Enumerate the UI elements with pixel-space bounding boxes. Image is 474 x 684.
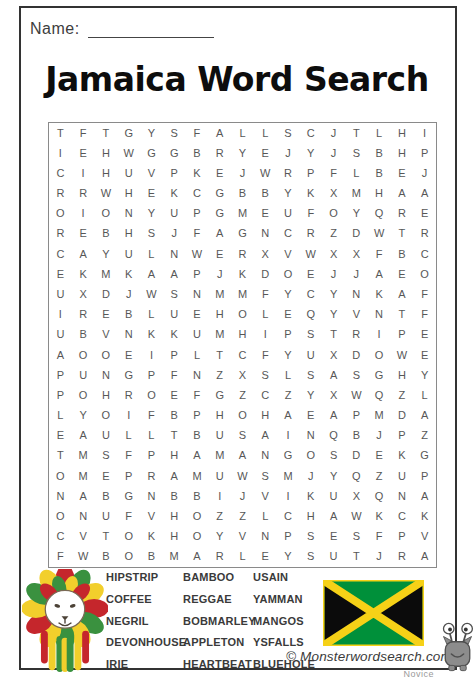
- grid-cell-r18c13[interactable]: Y: [322, 466, 345, 486]
- grid-cell-r4c5[interactable]: E: [140, 184, 163, 204]
- grid-cell-r19c15[interactable]: Q: [368, 486, 391, 506]
- grid-cell-r18c14[interactable]: Q: [345, 466, 368, 486]
- grid-cell-r1c7[interactable]: F: [186, 123, 209, 143]
- grid-cell-r7c8[interactable]: E: [208, 244, 231, 264]
- grid-cell-r6c10[interactable]: N: [254, 224, 277, 244]
- grid-cell-r17c16[interactable]: K: [390, 446, 413, 466]
- grid-cell-r9c4[interactable]: J: [117, 284, 140, 304]
- grid-cell-r8c7[interactable]: P: [186, 264, 209, 284]
- grid-cell-r7c14[interactable]: X: [345, 244, 368, 264]
- grid-cell-r18c5[interactable]: R: [140, 466, 163, 486]
- grid-cell-r16c12[interactable]: N: [299, 426, 322, 446]
- grid-cell-r7c1[interactable]: C: [49, 244, 72, 264]
- grid-cell-r1c6[interactable]: S: [163, 123, 186, 143]
- grid-cell-r10c14[interactable]: V: [345, 305, 368, 325]
- grid-cell-r13c3[interactable]: N: [95, 365, 118, 385]
- grid-cell-r20c2[interactable]: N: [72, 506, 95, 526]
- grid-cell-r21c16[interactable]: P: [390, 527, 413, 547]
- grid-cell-r13c13[interactable]: A: [322, 365, 345, 385]
- grid-cell-r10c13[interactable]: Y: [322, 305, 345, 325]
- grid-cell-r20c9[interactable]: Z: [231, 506, 254, 526]
- grid-cell-r21c15[interactable]: F: [368, 527, 391, 547]
- grid-cell-r2c2[interactable]: E: [72, 143, 95, 163]
- grid-cell-r16c17[interactable]: Z: [413, 426, 436, 446]
- grid-cell-r13c2[interactable]: U: [72, 365, 95, 385]
- grid-cell-r7c7[interactable]: W: [186, 244, 209, 264]
- grid-cell-r11c6[interactable]: K: [163, 325, 186, 345]
- grid-cell-r13c12[interactable]: S: [299, 365, 322, 385]
- grid-cell-r2c10[interactable]: E: [254, 143, 277, 163]
- grid-cell-r15c6[interactable]: B: [163, 406, 186, 426]
- grid-cell-r3c17[interactable]: J: [413, 163, 436, 183]
- grid-cell-r9c17[interactable]: F: [413, 284, 436, 304]
- grid-cell-r17c10[interactable]: N: [254, 446, 277, 466]
- grid-cell-r3c5[interactable]: V: [140, 163, 163, 183]
- grid-cell-r14c7[interactable]: F: [186, 385, 209, 405]
- grid-cell-r21c17[interactable]: V: [413, 527, 436, 547]
- grid-cell-r7c2[interactable]: A: [72, 244, 95, 264]
- grid-cell-r2c6[interactable]: G: [163, 143, 186, 163]
- grid-cell-r1c16[interactable]: H: [390, 123, 413, 143]
- grid-cell-r18c1[interactable]: O: [49, 466, 72, 486]
- grid-cell-r6c7[interactable]: F: [186, 224, 209, 244]
- grid-cell-r4c9[interactable]: B: [231, 184, 254, 204]
- grid-cell-r16c2[interactable]: A: [72, 426, 95, 446]
- grid-cell-r13c17[interactable]: Y: [413, 365, 436, 385]
- grid-cell-r22c8[interactable]: R: [208, 547, 231, 567]
- grid-cell-r3c4[interactable]: U: [117, 163, 140, 183]
- grid-cell-r7c9[interactable]: R: [231, 244, 254, 264]
- grid-cell-r9c13[interactable]: Y: [322, 284, 345, 304]
- name-field[interactable]: [88, 22, 214, 38]
- grid-cell-r7c6[interactable]: N: [163, 244, 186, 264]
- grid-cell-r1c1[interactable]: T: [49, 123, 72, 143]
- grid-cell-r17c9[interactable]: A: [231, 446, 254, 466]
- grid-cell-r11c1[interactable]: U: [49, 325, 72, 345]
- grid-cell-r7c15[interactable]: F: [368, 244, 391, 264]
- grid-cell-r6c16[interactable]: T: [390, 224, 413, 244]
- grid-cell-r3c16[interactable]: E: [390, 163, 413, 183]
- grid-cell-r9c12[interactable]: C: [299, 284, 322, 304]
- grid-cell-r16c14[interactable]: B: [345, 426, 368, 446]
- grid-cell-r10c7[interactable]: E: [186, 305, 209, 325]
- grid-cell-r5c7[interactable]: P: [186, 204, 209, 224]
- grid-cell-r2c15[interactable]: B: [368, 143, 391, 163]
- grid-cell-r13c6[interactable]: F: [163, 365, 186, 385]
- grid-cell-r5c13[interactable]: O: [322, 204, 345, 224]
- grid-cell-r20c10[interactable]: L: [254, 506, 277, 526]
- grid-cell-r22c6[interactable]: M: [163, 547, 186, 567]
- grid-cell-r3c11[interactable]: R: [277, 163, 300, 183]
- grid-cell-r18c15[interactable]: Z: [368, 466, 391, 486]
- grid-cell-r2c4[interactable]: W: [117, 143, 140, 163]
- grid-cell-r12c1[interactable]: A: [49, 345, 72, 365]
- grid-cell-r9c1[interactable]: U: [49, 284, 72, 304]
- grid-cell-r3c10[interactable]: W: [254, 163, 277, 183]
- grid-cell-r3c12[interactable]: P: [299, 163, 322, 183]
- grid-cell-r17c1[interactable]: T: [49, 446, 72, 466]
- grid-cell-r3c2[interactable]: I: [72, 163, 95, 183]
- grid-cell-r21c12[interactable]: S: [299, 527, 322, 547]
- grid-cell-r21c14[interactable]: S: [345, 527, 368, 547]
- grid-cell-r18c6[interactable]: A: [163, 466, 186, 486]
- grid-cell-r19c4[interactable]: G: [117, 486, 140, 506]
- grid-cell-r5c3[interactable]: O: [95, 204, 118, 224]
- grid-cell-r1c11[interactable]: S: [277, 123, 300, 143]
- grid-cell-r18c10[interactable]: S: [254, 466, 277, 486]
- grid-cell-r6c14[interactable]: D: [345, 224, 368, 244]
- grid-cell-r15c8[interactable]: H: [208, 406, 231, 426]
- grid-cell-r20c4[interactable]: F: [117, 506, 140, 526]
- grid-cell-r2c7[interactable]: B: [186, 143, 209, 163]
- grid-cell-r12c6[interactable]: P: [163, 345, 186, 365]
- grid-cell-r6c6[interactable]: J: [163, 224, 186, 244]
- grid-cell-r15c5[interactable]: F: [140, 406, 163, 426]
- grid-cell-r14c2[interactable]: O: [72, 385, 95, 405]
- grid-cell-r8c8[interactable]: J: [208, 264, 231, 284]
- grid-cell-r21c2[interactable]: V: [72, 527, 95, 547]
- grid-cell-r22c7[interactable]: A: [186, 547, 209, 567]
- grid-cell-r3c6[interactable]: P: [163, 163, 186, 183]
- grid-cell-r5c8[interactable]: G: [208, 204, 231, 224]
- grid-cell-r10c5[interactable]: L: [140, 305, 163, 325]
- grid-cell-r22c12[interactable]: S: [299, 547, 322, 567]
- grid-cell-r19c5[interactable]: N: [140, 486, 163, 506]
- grid-cell-r11c16[interactable]: P: [390, 325, 413, 345]
- grid-cell-r12c9[interactable]: C: [231, 345, 254, 365]
- grid-cell-r19c8[interactable]: I: [208, 486, 231, 506]
- grid-cell-r16c4[interactable]: L: [117, 426, 140, 446]
- grid-cell-r12c4[interactable]: E: [117, 345, 140, 365]
- grid-cell-r17c12[interactable]: O: [299, 446, 322, 466]
- grid-cell-r21c4[interactable]: O: [117, 527, 140, 547]
- grid-cell-r6c3[interactable]: B: [95, 224, 118, 244]
- grid-cell-r4c11[interactable]: Y: [277, 184, 300, 204]
- grid-cell-r11c9[interactable]: H: [231, 325, 254, 345]
- grid-cell-r15c16[interactable]: D: [390, 406, 413, 426]
- grid-cell-r19c12[interactable]: K: [299, 486, 322, 506]
- grid-cell-r6c8[interactable]: A: [208, 224, 231, 244]
- grid-cell-r9c15[interactable]: K: [368, 284, 391, 304]
- grid-cell-r18c12[interactable]: J: [299, 466, 322, 486]
- grid-cell-r8c11[interactable]: O: [277, 264, 300, 284]
- grid-cell-r12c11[interactable]: Y: [277, 345, 300, 365]
- grid-cell-r18c16[interactable]: U: [390, 466, 413, 486]
- grid-cell-r13c11[interactable]: L: [277, 365, 300, 385]
- grid-cell-r22c9[interactable]: L: [231, 547, 254, 567]
- grid-cell-r7c10[interactable]: X: [254, 244, 277, 264]
- grid-cell-r2c12[interactable]: Y: [299, 143, 322, 163]
- grid-cell-r22c1[interactable]: F: [49, 547, 72, 567]
- grid-cell-r17c5[interactable]: P: [140, 446, 163, 466]
- grid-cell-r14c11[interactable]: Z: [277, 385, 300, 405]
- grid-cell-r17c15[interactable]: E: [368, 446, 391, 466]
- grid-cell-r20c16[interactable]: C: [390, 506, 413, 526]
- grid-cell-r8c9[interactable]: K: [231, 264, 254, 284]
- grid-cell-r14c15[interactable]: Q: [368, 385, 391, 405]
- grid-cell-r21c9[interactable]: V: [231, 527, 254, 547]
- grid-cell-r19c2[interactable]: A: [72, 486, 95, 506]
- grid-cell-r4c15[interactable]: H: [368, 184, 391, 204]
- grid-cell-r19c16[interactable]: N: [390, 486, 413, 506]
- grid-cell-r13c10[interactable]: S: [254, 365, 277, 385]
- grid-cell-r1c2[interactable]: F: [72, 123, 95, 143]
- grid-cell-r12c14[interactable]: D: [345, 345, 368, 365]
- grid-cell-r1c8[interactable]: A: [208, 123, 231, 143]
- grid-cell-r13c5[interactable]: P: [140, 365, 163, 385]
- grid-cell-r21c8[interactable]: Y: [208, 527, 231, 547]
- grid-cell-r16c11[interactable]: I: [277, 426, 300, 446]
- grid-cell-r1c3[interactable]: T: [95, 123, 118, 143]
- grid-cell-r11c12[interactable]: S: [299, 325, 322, 345]
- grid-cell-r13c14[interactable]: S: [345, 365, 368, 385]
- grid-cell-r17c17[interactable]: G: [413, 446, 436, 466]
- grid-cell-r9c3[interactable]: D: [95, 284, 118, 304]
- grid-cell-r9c16[interactable]: A: [390, 284, 413, 304]
- grid-cell-r10c11[interactable]: E: [277, 305, 300, 325]
- grid-cell-r22c13[interactable]: U: [322, 547, 345, 567]
- grid-cell-r18c17[interactable]: P: [413, 466, 436, 486]
- grid-cell-r22c3[interactable]: B: [95, 547, 118, 567]
- grid-cell-r8c15[interactable]: A: [368, 264, 391, 284]
- grid-cell-r11c7[interactable]: U: [186, 325, 209, 345]
- grid-cell-r15c9[interactable]: O: [231, 406, 254, 426]
- grid-cell-r19c13[interactable]: U: [322, 486, 345, 506]
- grid-cell-r1c17[interactable]: I: [413, 123, 436, 143]
- grid-cell-r11c13[interactable]: T: [322, 325, 345, 345]
- grid-cell-r7c4[interactable]: U: [117, 244, 140, 264]
- grid-cell-r10c2[interactable]: R: [72, 305, 95, 325]
- grid-cell-r2c13[interactable]: J: [322, 143, 345, 163]
- grid-cell-r2c8[interactable]: R: [208, 143, 231, 163]
- grid-cell-r14c17[interactable]: L: [413, 385, 436, 405]
- grid-cell-r11c15[interactable]: I: [368, 325, 391, 345]
- grid-cell-r9c9[interactable]: M: [231, 284, 254, 304]
- grid-cell-r20c5[interactable]: V: [140, 506, 163, 526]
- grid-cell-r6c5[interactable]: S: [140, 224, 163, 244]
- grid-cell-r5c14[interactable]: Y: [345, 204, 368, 224]
- grid-cell-r8c16[interactable]: E: [390, 264, 413, 284]
- grid-cell-r7c3[interactable]: Y: [95, 244, 118, 264]
- grid-cell-r5c16[interactable]: R: [390, 204, 413, 224]
- grid-cell-r1c10[interactable]: L: [254, 123, 277, 143]
- grid-cell-r14c5[interactable]: O: [140, 385, 163, 405]
- grid-cell-r19c6[interactable]: B: [163, 486, 186, 506]
- grid-cell-r9c2[interactable]: X: [72, 284, 95, 304]
- grid-cell-r14c13[interactable]: X: [322, 385, 345, 405]
- grid-cell-r1c9[interactable]: L: [231, 123, 254, 143]
- grid-cell-r11c11[interactable]: P: [277, 325, 300, 345]
- grid-cell-r16c13[interactable]: Q: [322, 426, 345, 446]
- grid-cell-r15c3[interactable]: O: [95, 406, 118, 426]
- grid-cell-r15c1[interactable]: L: [49, 406, 72, 426]
- grid-cell-r2c14[interactable]: S: [345, 143, 368, 163]
- grid-cell-r19c7[interactable]: B: [186, 486, 209, 506]
- grid-cell-r12c16[interactable]: W: [390, 345, 413, 365]
- grid-cell-r3c1[interactable]: C: [49, 163, 72, 183]
- grid-cell-r9c8[interactable]: M: [208, 284, 231, 304]
- grid-cell-r5c12[interactable]: F: [299, 204, 322, 224]
- grid-cell-r12c7[interactable]: L: [186, 345, 209, 365]
- grid-cell-r14c9[interactable]: Z: [231, 385, 254, 405]
- grid-cell-r7c17[interactable]: C: [413, 244, 436, 264]
- grid-cell-r7c13[interactable]: X: [322, 244, 345, 264]
- grid-cell-r15c12[interactable]: E: [299, 406, 322, 426]
- grid-cell-r10c12[interactable]: Q: [299, 305, 322, 325]
- grid-cell-r8c6[interactable]: A: [163, 264, 186, 284]
- grid-cell-r20c11[interactable]: C: [277, 506, 300, 526]
- grid-cell-r2c11[interactable]: J: [277, 143, 300, 163]
- grid-cell-r1c5[interactable]: Y: [140, 123, 163, 143]
- grid-cell-r14c6[interactable]: E: [163, 385, 186, 405]
- grid-cell-r18c11[interactable]: M: [277, 466, 300, 486]
- grid-cell-r6c1[interactable]: R: [49, 224, 72, 244]
- grid-cell-r7c12[interactable]: W: [299, 244, 322, 264]
- grid-cell-r19c9[interactable]: J: [231, 486, 254, 506]
- grid-cell-r4c4[interactable]: H: [117, 184, 140, 204]
- grid-cell-r12c13[interactable]: X: [322, 345, 345, 365]
- grid-cell-r8c3[interactable]: M: [95, 264, 118, 284]
- grid-cell-r14c12[interactable]: Y: [299, 385, 322, 405]
- grid-cell-r2c17[interactable]: P: [413, 143, 436, 163]
- grid-cell-r15c17[interactable]: A: [413, 406, 436, 426]
- grid-cell-r21c7[interactable]: O: [186, 527, 209, 547]
- grid-cell-r16c8[interactable]: U: [208, 426, 231, 446]
- grid-cell-r15c11[interactable]: A: [277, 406, 300, 426]
- grid-cell-r11c3[interactable]: V: [95, 325, 118, 345]
- grid-cell-r1c4[interactable]: G: [117, 123, 140, 143]
- grid-cell-r22c17[interactable]: A: [413, 547, 436, 567]
- grid-cell-r15c15[interactable]: M: [368, 406, 391, 426]
- grid-cell-r20c14[interactable]: W: [345, 506, 368, 526]
- grid-cell-r20c15[interactable]: K: [368, 506, 391, 526]
- grid-cell-r14c16[interactable]: Z: [390, 385, 413, 405]
- grid-cell-r4c14[interactable]: M: [345, 184, 368, 204]
- grid-cell-r3c9[interactable]: J: [231, 163, 254, 183]
- grid-cell-r3c7[interactable]: K: [186, 163, 209, 183]
- grid-cell-r20c13[interactable]: A: [322, 506, 345, 526]
- grid-cell-r5c4[interactable]: N: [117, 204, 140, 224]
- grid-cell-r16c10[interactable]: A: [254, 426, 277, 446]
- grid-cell-r14c3[interactable]: H: [95, 385, 118, 405]
- grid-cell-r15c13[interactable]: A: [322, 406, 345, 426]
- grid-cell-r14c4[interactable]: R: [117, 385, 140, 405]
- grid-cell-r17c3[interactable]: S: [95, 446, 118, 466]
- grid-cell-r12c10[interactable]: F: [254, 345, 277, 365]
- grid-cell-r6c2[interactable]: E: [72, 224, 95, 244]
- grid-cell-r22c14[interactable]: T: [345, 547, 368, 567]
- grid-cell-r22c10[interactable]: E: [254, 547, 277, 567]
- grid-cell-r6c17[interactable]: R: [413, 224, 436, 244]
- grid-cell-r5c10[interactable]: E: [254, 204, 277, 224]
- grid-cell-r4c3[interactable]: W: [95, 184, 118, 204]
- grid-cell-r8c13[interactable]: J: [322, 264, 345, 284]
- grid-cell-r1c14[interactable]: T: [345, 123, 368, 143]
- grid-cell-r9c11[interactable]: Y: [277, 284, 300, 304]
- grid-cell-r20c1[interactable]: O: [49, 506, 72, 526]
- grid-cell-r16c16[interactable]: P: [390, 426, 413, 446]
- grid-cell-r11c10[interactable]: I: [254, 325, 277, 345]
- grid-cell-r16c15[interactable]: J: [368, 426, 391, 446]
- grid-cell-r18c9[interactable]: W: [231, 466, 254, 486]
- grid-cell-r13c9[interactable]: X: [231, 365, 254, 385]
- grid-cell-r4c10[interactable]: B: [254, 184, 277, 204]
- grid-cell-r12c5[interactable]: I: [140, 345, 163, 365]
- grid-cell-r7c11[interactable]: V: [277, 244, 300, 264]
- grid-cell-r2c1[interactable]: I: [49, 143, 72, 163]
- grid-cell-r8c5[interactable]: A: [140, 264, 163, 284]
- grid-cell-r18c4[interactable]: P: [117, 466, 140, 486]
- grid-cell-r12c17[interactable]: E: [413, 345, 436, 365]
- grid-cell-r6c11[interactable]: C: [277, 224, 300, 244]
- grid-cell-r4c2[interactable]: R: [72, 184, 95, 204]
- grid-cell-r3c14[interactable]: L: [345, 163, 368, 183]
- grid-cell-r8c12[interactable]: E: [299, 264, 322, 284]
- grid-cell-r8c4[interactable]: K: [117, 264, 140, 284]
- grid-cell-r4c6[interactable]: K: [163, 184, 186, 204]
- grid-cell-r8c10[interactable]: D: [254, 264, 277, 284]
- grid-cell-r20c8[interactable]: Z: [208, 506, 231, 526]
- grid-cell-r21c10[interactable]: N: [254, 527, 277, 547]
- grid-cell-r8c2[interactable]: K: [72, 264, 95, 284]
- grid-cell-r18c3[interactable]: E: [95, 466, 118, 486]
- grid-cell-r2c5[interactable]: G: [140, 143, 163, 163]
- grid-cell-r3c3[interactable]: H: [95, 163, 118, 183]
- grid-cell-r10c15[interactable]: N: [368, 305, 391, 325]
- grid-cell-r4c12[interactable]: K: [299, 184, 322, 204]
- grid-cell-r7c16[interactable]: B: [390, 244, 413, 264]
- grid-cell-r22c11[interactable]: Y: [277, 547, 300, 567]
- grid-cell-r9c7[interactable]: N: [186, 284, 209, 304]
- grid-cell-r15c7[interactable]: P: [186, 406, 209, 426]
- grid-cell-r13c1[interactable]: P: [49, 365, 72, 385]
- grid-cell-r1c12[interactable]: C: [299, 123, 322, 143]
- grid-cell-r12c8[interactable]: T: [208, 345, 231, 365]
- grid-cell-r9c6[interactable]: S: [163, 284, 186, 304]
- grid-cell-r10c10[interactable]: L: [254, 305, 277, 325]
- grid-cell-r20c17[interactable]: K: [413, 506, 436, 526]
- grid-cell-r3c15[interactable]: B: [368, 163, 391, 183]
- grid-cell-r19c14[interactable]: X: [345, 486, 368, 506]
- grid-cell-r15c10[interactable]: H: [254, 406, 277, 426]
- grid-cell-r16c5[interactable]: L: [140, 426, 163, 446]
- grid-cell-r14c14[interactable]: W: [345, 385, 368, 405]
- grid-cell-r1c13[interactable]: J: [322, 123, 345, 143]
- grid-cell-r10c3[interactable]: E: [95, 305, 118, 325]
- grid-cell-r5c15[interactable]: Q: [368, 204, 391, 224]
- grid-cell-r22c16[interactable]: R: [390, 547, 413, 567]
- grid-cell-r22c15[interactable]: J: [368, 547, 391, 567]
- grid-cell-r21c11[interactable]: P: [277, 527, 300, 547]
- grid-cell-r18c8[interactable]: U: [208, 466, 231, 486]
- grid-cell-r16c1[interactable]: E: [49, 426, 72, 446]
- grid-cell-r12c3[interactable]: O: [95, 345, 118, 365]
- grid-cell-r4c13[interactable]: X: [322, 184, 345, 204]
- grid-cell-r20c7[interactable]: O: [186, 506, 209, 526]
- grid-cell-r14c10[interactable]: C: [254, 385, 277, 405]
- grid-cell-r2c3[interactable]: H: [95, 143, 118, 163]
- grid-cell-r19c17[interactable]: A: [413, 486, 436, 506]
- grid-cell-r6c4[interactable]: H: [117, 224, 140, 244]
- grid-cell-r21c3[interactable]: T: [95, 527, 118, 547]
- grid-cell-r11c8[interactable]: M: [208, 325, 231, 345]
- grid-cell-r17c13[interactable]: S: [322, 446, 345, 466]
- grid-cell-r5c2[interactable]: I: [72, 204, 95, 224]
- grid-cell-r9c10[interactable]: F: [254, 284, 277, 304]
- grid-cell-r4c7[interactable]: C: [186, 184, 209, 204]
- grid-cell-r19c1[interactable]: N: [49, 486, 72, 506]
- grid-cell-r10c17[interactable]: F: [413, 305, 436, 325]
